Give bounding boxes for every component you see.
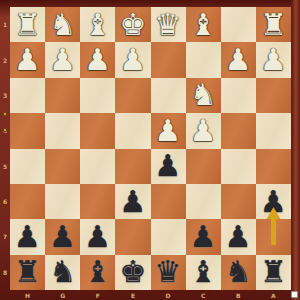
square-a1[interactable]: ♜ — [256, 7, 291, 42]
square-e3[interactable] — [115, 78, 150, 113]
square-d7[interactable] — [151, 219, 186, 254]
square-f6[interactable] — [80, 184, 115, 219]
square-a6[interactable]: ♟ — [256, 184, 291, 219]
file-label-b: B — [221, 290, 256, 300]
white-p-piece-e2[interactable]: ♟ — [119, 45, 146, 75]
white-p-piece-f2[interactable]: ♟ — [84, 45, 111, 75]
square-a8[interactable]: ♜ — [256, 255, 291, 290]
black-p-piece-f7[interactable]: ♟ — [84, 222, 111, 252]
white-n-piece-g1[interactable]: ♞ — [49, 10, 76, 40]
black-p-piece-c7[interactable]: ♟ — [190, 222, 217, 252]
square-b4[interactable] — [221, 113, 256, 148]
square-a3[interactable] — [256, 78, 291, 113]
square-c5[interactable] — [186, 149, 221, 184]
square-h7[interactable]: ♟ — [10, 219, 45, 254]
black-n-piece-g8[interactable]: ♞ — [49, 257, 76, 287]
black-b-piece-f8[interactable]: ♝ — [84, 257, 111, 287]
square-f3[interactable] — [80, 78, 115, 113]
square-b2[interactable]: ♟ — [221, 42, 256, 77]
white-p-piece-b2[interactable]: ♟ — [225, 45, 252, 75]
rank-label-6: 6 — [0, 184, 10, 219]
square-e8[interactable]: ♚ — [115, 255, 150, 290]
square-g2[interactable]: ♟ — [45, 42, 80, 77]
white-r-piece-a1[interactable]: ♜ — [260, 10, 287, 40]
black-n-piece-b8[interactable]: ♞ — [225, 257, 252, 287]
square-f5[interactable] — [80, 149, 115, 184]
white-q-piece-d1[interactable]: ♛ — [155, 10, 182, 40]
square-c4[interactable]: ♟ — [186, 113, 221, 148]
white-p-piece-a2[interactable]: ♟ — [260, 45, 287, 75]
white-p-piece-h2[interactable]: ♟ — [14, 45, 41, 75]
square-h1[interactable]: ♜ — [10, 7, 45, 42]
rank-label-7: 7 — [0, 219, 10, 254]
white-p-piece-d4[interactable]: ♟ — [155, 116, 182, 146]
square-e5[interactable] — [115, 149, 150, 184]
square-h2[interactable]: ♟ — [10, 42, 45, 77]
rank-labels: 12345678 — [0, 7, 10, 290]
square-f7[interactable]: ♟ — [80, 219, 115, 254]
black-q-piece-d8[interactable]: ♛ — [155, 257, 182, 287]
file-label-g: G — [45, 290, 80, 300]
file-labels: HGFEDCBA — [10, 290, 291, 300]
file-label-e: E — [115, 290, 150, 300]
white-p-piece-c4[interactable]: ♟ — [190, 116, 217, 146]
white-p-piece-g2[interactable]: ♟ — [49, 45, 76, 75]
black-p-piece-h7[interactable]: ♟ — [14, 222, 41, 252]
black-r-piece-a8[interactable]: ♜ — [260, 257, 287, 287]
square-c3[interactable]: ♞ — [186, 78, 221, 113]
square-h5[interactable] — [10, 149, 45, 184]
square-c6[interactable] — [186, 184, 221, 219]
white-to-move-indicator — [291, 291, 298, 298]
square-e6[interactable]: ♟ — [115, 184, 150, 219]
square-b3[interactable] — [221, 78, 256, 113]
black-b-piece-c8[interactable]: ♝ — [190, 257, 217, 287]
square-h4[interactable] — [10, 113, 45, 148]
frame-hinge-dot — [3, 128, 7, 132]
rank-label-8: 8 — [0, 255, 10, 290]
square-g3[interactable] — [45, 78, 80, 113]
square-b8[interactable]: ♞ — [221, 255, 256, 290]
square-b6[interactable] — [221, 184, 256, 219]
frame-hinge-dot — [3, 112, 7, 116]
square-d3[interactable] — [151, 78, 186, 113]
square-d1[interactable]: ♛ — [151, 7, 186, 42]
white-n-piece-c3[interactable]: ♞ — [190, 80, 217, 110]
black-r-piece-h8[interactable]: ♜ — [14, 257, 41, 287]
square-d2[interactable] — [151, 42, 186, 77]
white-r-piece-h1[interactable]: ♜ — [14, 10, 41, 40]
white-k-piece-e1[interactable]: ♚ — [119, 10, 146, 40]
square-e2[interactable]: ♟ — [115, 42, 150, 77]
black-p-piece-d5[interactable]: ♟ — [155, 151, 182, 181]
square-h6[interactable] — [10, 184, 45, 219]
square-d4[interactable]: ♟ — [151, 113, 186, 148]
square-f2[interactable]: ♟ — [80, 42, 115, 77]
file-label-a: A — [256, 290, 291, 300]
square-g5[interactable] — [45, 149, 80, 184]
white-b-piece-c1[interactable]: ♝ — [190, 10, 217, 40]
black-k-piece-e8[interactable]: ♚ — [119, 257, 146, 287]
file-label-c: C — [186, 290, 221, 300]
square-a7[interactable] — [256, 219, 291, 254]
square-g7[interactable]: ♟ — [45, 219, 80, 254]
square-b5[interactable] — [221, 149, 256, 184]
square-e4[interactable] — [115, 113, 150, 148]
square-g4[interactable] — [45, 113, 80, 148]
square-g1[interactable]: ♞ — [45, 7, 80, 42]
file-label-h: H — [10, 290, 45, 300]
square-c2[interactable] — [186, 42, 221, 77]
square-f8[interactable]: ♝ — [80, 255, 115, 290]
square-a4[interactable] — [256, 113, 291, 148]
square-e7[interactable] — [115, 219, 150, 254]
square-b7[interactable]: ♟ — [221, 219, 256, 254]
square-d6[interactable] — [151, 184, 186, 219]
chess-board-frame: ♜♞♝♚♛♝♜♟♟♟♟♟♟♞♟♟♟♟♟♟♟♟♟♟♜♞♝♚♛♝♞♜ 1234567… — [0, 0, 300, 300]
square-d8[interactable]: ♛ — [151, 255, 186, 290]
rank-label-5: 5 — [0, 149, 10, 184]
square-a5[interactable] — [256, 149, 291, 184]
square-d5[interactable]: ♟ — [151, 149, 186, 184]
square-g8[interactable]: ♞ — [45, 255, 80, 290]
square-g6[interactable] — [45, 184, 80, 219]
white-b-piece-f1[interactable]: ♝ — [84, 10, 111, 40]
black-p-piece-a6[interactable]: ♟ — [260, 187, 287, 217]
rank-label-2: 2 — [0, 42, 10, 77]
square-c7[interactable]: ♟ — [186, 219, 221, 254]
rank-label-3: 3 — [0, 78, 10, 113]
square-c8[interactable]: ♝ — [186, 255, 221, 290]
square-f4[interactable] — [80, 113, 115, 148]
black-p-piece-b7[interactable]: ♟ — [225, 222, 252, 252]
square-e1[interactable]: ♚ — [115, 7, 150, 42]
square-c1[interactable]: ♝ — [186, 7, 221, 42]
black-p-piece-e6[interactable]: ♟ — [119, 187, 146, 217]
rank-label-1: 1 — [0, 7, 10, 42]
square-h3[interactable] — [10, 78, 45, 113]
black-p-piece-g7[interactable]: ♟ — [49, 222, 76, 252]
square-a2[interactable]: ♟ — [256, 42, 291, 77]
square-h8[interactable]: ♜ — [10, 255, 45, 290]
file-label-f: F — [80, 290, 115, 300]
square-b1[interactable] — [221, 7, 256, 42]
chess-board[interactable]: ♜♞♝♚♛♝♜♟♟♟♟♟♟♞♟♟♟♟♟♟♟♟♟♟♜♞♝♚♛♝♞♜ — [10, 7, 291, 290]
file-label-d: D — [151, 290, 186, 300]
square-f1[interactable]: ♝ — [80, 7, 115, 42]
